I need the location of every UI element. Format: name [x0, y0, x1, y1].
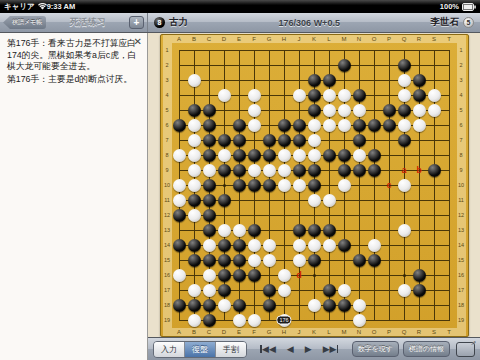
cell-B18[interactable] — [187, 298, 202, 313]
cell-E12[interactable] — [232, 208, 247, 223]
step-forward-button[interactable]: ▶ — [305, 344, 312, 354]
cell-O6[interactable] — [367, 118, 382, 133]
cell-E3[interactable] — [232, 73, 247, 88]
cell-E14[interactable] — [232, 238, 247, 253]
cell-P10[interactable]: c — [382, 178, 397, 193]
cell-L1[interactable] — [322, 43, 337, 58]
cell-Q3[interactable] — [397, 73, 412, 88]
cell-M17[interactable] — [337, 283, 352, 298]
cell-O4[interactable] — [367, 88, 382, 103]
cell-C7[interactable] — [202, 133, 217, 148]
cell-L15[interactable] — [322, 253, 337, 268]
cell-T7[interactable] — [442, 133, 457, 148]
cell-G4[interactable] — [262, 88, 277, 103]
cell-G12[interactable] — [262, 208, 277, 223]
cell-R7[interactable] — [412, 133, 427, 148]
cell-N9[interactable] — [352, 163, 367, 178]
cell-L4[interactable] — [322, 88, 337, 103]
cell-E6[interactable] — [232, 118, 247, 133]
cell-R13[interactable] — [412, 223, 427, 238]
add-button[interactable]: + — [129, 16, 144, 29]
cell-B6[interactable] — [187, 118, 202, 133]
cell-B4[interactable] — [187, 88, 202, 103]
cell-B9[interactable] — [187, 163, 202, 178]
cell-R3[interactable] — [412, 73, 427, 88]
cell-K12[interactable] — [307, 208, 322, 223]
cell-H9[interactable] — [277, 163, 292, 178]
cell-A12[interactable] — [172, 208, 187, 223]
cell-M14[interactable] — [337, 238, 352, 253]
cell-K18[interactable] — [307, 298, 322, 313]
cell-O19[interactable] — [367, 313, 382, 328]
cell-Q1[interactable] — [397, 43, 412, 58]
cell-C11[interactable] — [202, 193, 217, 208]
cell-G9[interactable] — [262, 163, 277, 178]
cell-S10[interactable] — [427, 178, 442, 193]
cell-G11[interactable] — [262, 193, 277, 208]
cell-O12[interactable] — [367, 208, 382, 223]
cell-R19[interactable] — [412, 313, 427, 328]
cell-S18[interactable] — [427, 298, 442, 313]
cell-S9[interactable] — [427, 163, 442, 178]
cell-B12[interactable] — [187, 208, 202, 223]
cell-J12[interactable] — [292, 208, 307, 223]
cell-S17[interactable] — [427, 283, 442, 298]
cell-M10[interactable] — [337, 178, 352, 193]
cell-J14[interactable] — [292, 238, 307, 253]
cell-O1[interactable] — [367, 43, 382, 58]
cell-K9[interactable] — [307, 163, 322, 178]
cell-T5[interactable] — [442, 103, 457, 118]
cell-M1[interactable] — [337, 43, 352, 58]
cell-P3[interactable] — [382, 73, 397, 88]
cell-H18[interactable] — [277, 298, 292, 313]
cell-R2[interactable] — [412, 58, 427, 73]
cell-Q8[interactable] — [397, 148, 412, 163]
cell-T12[interactable] — [442, 208, 457, 223]
cell-S5[interactable] — [427, 103, 442, 118]
cell-F6[interactable] — [247, 118, 262, 133]
cell-K19[interactable] — [307, 313, 322, 328]
cell-L6[interactable] — [322, 118, 337, 133]
cell-H11[interactable] — [277, 193, 292, 208]
cell-A17[interactable] — [172, 283, 187, 298]
cell-M19[interactable] — [337, 313, 352, 328]
cell-Q11[interactable] — [397, 193, 412, 208]
cell-R18[interactable] — [412, 298, 427, 313]
cell-K1[interactable] — [307, 43, 322, 58]
cell-L2[interactable] — [322, 58, 337, 73]
cell-S12[interactable] — [427, 208, 442, 223]
cell-T10[interactable] — [442, 178, 457, 193]
cell-O2[interactable] — [367, 58, 382, 73]
jump-end-button[interactable]: ▶▶ — [323, 344, 338, 354]
cell-K2[interactable] — [307, 58, 322, 73]
cell-H5[interactable] — [277, 103, 292, 118]
cell-N5[interactable] — [352, 103, 367, 118]
cell-M15[interactable] — [337, 253, 352, 268]
cell-R6[interactable] — [412, 118, 427, 133]
cell-T8[interactable] — [442, 148, 457, 163]
cell-G15[interactable] — [262, 253, 277, 268]
cell-A7[interactable] — [172, 133, 187, 148]
cell-Q16[interactable] — [397, 268, 412, 283]
jump-start-button[interactable]: ◀◀ — [260, 344, 275, 354]
cell-Q13[interactable] — [397, 223, 412, 238]
cell-G1[interactable] — [262, 43, 277, 58]
cell-D14[interactable] — [217, 238, 232, 253]
cell-D11[interactable] — [217, 193, 232, 208]
cell-J8[interactable] — [292, 148, 307, 163]
cell-T3[interactable] — [442, 73, 457, 88]
cell-S16[interactable] — [427, 268, 442, 283]
cell-A15[interactable] — [172, 253, 187, 268]
cell-S14[interactable] — [427, 238, 442, 253]
cell-P7[interactable] — [382, 133, 397, 148]
cell-C6[interactable] — [202, 118, 217, 133]
show-numbers-button[interactable]: 数字を現す — [352, 341, 399, 357]
cell-F7[interactable] — [247, 133, 262, 148]
cell-H4[interactable] — [277, 88, 292, 103]
cell-J10[interactable] — [292, 178, 307, 193]
cell-L3[interactable] — [322, 73, 337, 88]
cell-M9[interactable] — [337, 163, 352, 178]
cell-L19[interactable] — [322, 313, 337, 328]
cell-K15[interactable] — [307, 253, 322, 268]
close-icon[interactable]: ✕ — [134, 36, 142, 47]
cell-Q4[interactable] — [397, 88, 412, 103]
cell-L5[interactable] — [322, 103, 337, 118]
cell-F14[interactable] — [247, 238, 262, 253]
cell-K8[interactable] — [307, 148, 322, 163]
cell-M18[interactable] — [337, 298, 352, 313]
cell-L12[interactable] — [322, 208, 337, 223]
cell-S4[interactable] — [427, 88, 442, 103]
cell-K16[interactable] — [307, 268, 322, 283]
cell-J16[interactable]: d — [292, 268, 307, 283]
cell-H13[interactable] — [277, 223, 292, 238]
cell-P16[interactable] — [382, 268, 397, 283]
cell-M12[interactable] — [337, 208, 352, 223]
cell-N4[interactable] — [352, 88, 367, 103]
cell-P12[interactable] — [382, 208, 397, 223]
cell-Q9[interactable]: a — [397, 163, 412, 178]
cell-O10[interactable] — [367, 178, 382, 193]
cell-M6[interactable] — [337, 118, 352, 133]
cell-A14[interactable] — [172, 238, 187, 253]
cell-D6[interactable] — [217, 118, 232, 133]
cell-O16[interactable] — [367, 268, 382, 283]
cell-P6[interactable] — [382, 118, 397, 133]
cell-O15[interactable] — [367, 253, 382, 268]
cell-E1[interactable] — [232, 43, 247, 58]
cell-A10[interactable] — [172, 178, 187, 193]
cell-D17[interactable] — [217, 283, 232, 298]
cell-C8[interactable] — [202, 148, 217, 163]
cell-H19[interactable]: 176 — [277, 313, 292, 328]
cell-L18[interactable] — [322, 298, 337, 313]
cell-A8[interactable] — [172, 148, 187, 163]
cell-N14[interactable] — [352, 238, 367, 253]
cell-R1[interactable] — [412, 43, 427, 58]
cell-Q2[interactable] — [397, 58, 412, 73]
cell-A2[interactable] — [172, 58, 187, 73]
cell-C17[interactable] — [202, 283, 217, 298]
cell-M7[interactable] — [337, 133, 352, 148]
cell-T1[interactable] — [442, 43, 457, 58]
cell-O11[interactable] — [367, 193, 382, 208]
cell-S1[interactable] — [427, 43, 442, 58]
share-icon[interactable]: → — [456, 342, 475, 357]
cell-H7[interactable] — [277, 133, 292, 148]
cell-J17[interactable] — [292, 283, 307, 298]
cell-L17[interactable] — [322, 283, 337, 298]
cell-H15[interactable] — [277, 253, 292, 268]
cell-K5[interactable] — [307, 103, 322, 118]
cell-C1[interactable] — [202, 43, 217, 58]
cell-N15[interactable] — [352, 253, 367, 268]
cell-L8[interactable] — [322, 148, 337, 163]
cell-D4[interactable] — [217, 88, 232, 103]
cell-F1[interactable] — [247, 43, 262, 58]
cell-G5[interactable] — [262, 103, 277, 118]
cell-M3[interactable] — [337, 73, 352, 88]
cell-H16[interactable] — [277, 268, 292, 283]
cell-Q7[interactable] — [397, 133, 412, 148]
cell-D12[interactable] — [217, 208, 232, 223]
cell-P11[interactable] — [382, 193, 397, 208]
cell-C2[interactable] — [202, 58, 217, 73]
cell-E16[interactable] — [232, 268, 247, 283]
cell-A18[interactable] — [172, 298, 187, 313]
cell-N19[interactable] — [352, 313, 367, 328]
cell-M5[interactable] — [337, 103, 352, 118]
cell-S8[interactable] — [427, 148, 442, 163]
cell-M4[interactable] — [337, 88, 352, 103]
cell-E4[interactable] — [232, 88, 247, 103]
cell-T11[interactable] — [442, 193, 457, 208]
cell-C14[interactable] — [202, 238, 217, 253]
cell-R8[interactable] — [412, 148, 427, 163]
cell-H12[interactable] — [277, 208, 292, 223]
cell-J1[interactable] — [292, 43, 307, 58]
cell-E18[interactable] — [232, 298, 247, 313]
cell-O17[interactable] — [367, 283, 382, 298]
cell-R16[interactable] — [412, 268, 427, 283]
cell-L11[interactable] — [322, 193, 337, 208]
cell-R9[interactable]: b — [412, 163, 427, 178]
cell-N3[interactable] — [352, 73, 367, 88]
cell-Q10[interactable] — [397, 178, 412, 193]
cell-P18[interactable] — [382, 298, 397, 313]
cell-P5[interactable] — [382, 103, 397, 118]
kifu-info-button[interactable]: 棋譜の情報 — [403, 341, 450, 357]
cell-B1[interactable] — [187, 43, 202, 58]
cell-O8[interactable] — [367, 148, 382, 163]
cell-N18[interactable] — [352, 298, 367, 313]
cell-H3[interactable] — [277, 73, 292, 88]
cell-K4[interactable] — [307, 88, 322, 103]
cell-P13[interactable] — [382, 223, 397, 238]
cell-D13[interactable] — [217, 223, 232, 238]
cell-S3[interactable] — [427, 73, 442, 88]
cell-C15[interactable] — [202, 253, 217, 268]
cell-F11[interactable] — [247, 193, 262, 208]
cell-R14[interactable] — [412, 238, 427, 253]
cell-O18[interactable] — [367, 298, 382, 313]
cell-D8[interactable] — [217, 148, 232, 163]
cell-M2[interactable] — [337, 58, 352, 73]
cell-M8[interactable] — [337, 148, 352, 163]
cell-G3[interactable] — [262, 73, 277, 88]
cell-L14[interactable] — [322, 238, 337, 253]
cell-G6[interactable] — [262, 118, 277, 133]
segment-replay[interactable]: 復盤 — [185, 342, 216, 357]
cell-R10[interactable] — [412, 178, 427, 193]
cell-P14[interactable] — [382, 238, 397, 253]
cell-F12[interactable] — [247, 208, 262, 223]
cell-O7[interactable] — [367, 133, 382, 148]
cell-D7[interactable] — [217, 133, 232, 148]
cell-C10[interactable] — [202, 178, 217, 193]
cell-C12[interactable] — [202, 208, 217, 223]
cell-B8[interactable] — [187, 148, 202, 163]
cell-N7[interactable] — [352, 133, 367, 148]
cell-S11[interactable] — [427, 193, 442, 208]
cell-O9[interactable] — [367, 163, 382, 178]
cell-T2[interactable] — [442, 58, 457, 73]
cell-N12[interactable] — [352, 208, 367, 223]
cell-G16[interactable] — [262, 268, 277, 283]
cell-B10[interactable] — [187, 178, 202, 193]
cell-N10[interactable] — [352, 178, 367, 193]
cell-T13[interactable] — [442, 223, 457, 238]
cell-S6[interactable] — [427, 118, 442, 133]
cell-D15[interactable] — [217, 253, 232, 268]
cell-A5[interactable] — [172, 103, 187, 118]
cell-J18[interactable] — [292, 298, 307, 313]
cell-P4[interactable] — [382, 88, 397, 103]
cell-A6[interactable] — [172, 118, 187, 133]
cell-N2[interactable] — [352, 58, 367, 73]
cell-D3[interactable] — [217, 73, 232, 88]
cell-T15[interactable] — [442, 253, 457, 268]
cell-G13[interactable] — [262, 223, 277, 238]
cell-F19[interactable] — [247, 313, 262, 328]
cell-O14[interactable] — [367, 238, 382, 253]
cell-C18[interactable] — [202, 298, 217, 313]
cell-J9[interactable] — [292, 163, 307, 178]
cell-G7[interactable] — [262, 133, 277, 148]
cell-T17[interactable] — [442, 283, 457, 298]
cell-K14[interactable] — [307, 238, 322, 253]
cell-Q17[interactable] — [397, 283, 412, 298]
cell-J5[interactable] — [292, 103, 307, 118]
cell-A16[interactable] — [172, 268, 187, 283]
cell-N6[interactable] — [352, 118, 367, 133]
cell-P8[interactable] — [382, 148, 397, 163]
cell-G2[interactable] — [262, 58, 277, 73]
cell-L10[interactable] — [322, 178, 337, 193]
cell-K3[interactable] — [307, 73, 322, 88]
cell-H1[interactable] — [277, 43, 292, 58]
cell-E10[interactable] — [232, 178, 247, 193]
cell-T16[interactable] — [442, 268, 457, 283]
cell-F9[interactable] — [247, 163, 262, 178]
cell-C3[interactable] — [202, 73, 217, 88]
cell-H14[interactable] — [277, 238, 292, 253]
cell-F8[interactable] — [247, 148, 262, 163]
cell-J6[interactable] — [292, 118, 307, 133]
cell-C19[interactable] — [202, 313, 217, 328]
cell-C4[interactable] — [202, 88, 217, 103]
cell-O3[interactable] — [367, 73, 382, 88]
cell-B11[interactable] — [187, 193, 202, 208]
cell-K17[interactable] — [307, 283, 322, 298]
cell-A3[interactable] — [172, 73, 187, 88]
cell-L13[interactable] — [322, 223, 337, 238]
cell-B3[interactable] — [187, 73, 202, 88]
cell-C9[interactable] — [202, 163, 217, 178]
cell-J11[interactable] — [292, 193, 307, 208]
cell-D18[interactable] — [217, 298, 232, 313]
cell-S7[interactable] — [427, 133, 442, 148]
cell-R4[interactable] — [412, 88, 427, 103]
cell-P9[interactable] — [382, 163, 397, 178]
segment-tewari[interactable]: 手割 — [216, 342, 246, 357]
cell-E5[interactable] — [232, 103, 247, 118]
cell-H10[interactable] — [277, 178, 292, 193]
cell-F18[interactable] — [247, 298, 262, 313]
cell-D16[interactable] — [217, 268, 232, 283]
cell-R17[interactable] — [412, 283, 427, 298]
cell-J3[interactable] — [292, 73, 307, 88]
cell-C13[interactable] — [202, 223, 217, 238]
cell-K7[interactable] — [307, 133, 322, 148]
cell-S2[interactable] — [427, 58, 442, 73]
cell-G10[interactable] — [262, 178, 277, 193]
cell-G14[interactable] — [262, 238, 277, 253]
cell-B13[interactable] — [187, 223, 202, 238]
cell-R11[interactable] — [412, 193, 427, 208]
cell-P19[interactable] — [382, 313, 397, 328]
cell-T4[interactable] — [442, 88, 457, 103]
cell-E19[interactable] — [232, 313, 247, 328]
cell-F10[interactable] — [247, 178, 262, 193]
cell-P1[interactable] — [382, 43, 397, 58]
cell-D2[interactable] — [217, 58, 232, 73]
cell-Q5[interactable] — [397, 103, 412, 118]
cell-F5[interactable] — [247, 103, 262, 118]
cell-L16[interactable] — [322, 268, 337, 283]
cell-N17[interactable] — [352, 283, 367, 298]
cell-N1[interactable] — [352, 43, 367, 58]
cell-H6[interactable] — [277, 118, 292, 133]
cell-G19[interactable] — [262, 313, 277, 328]
cell-E13[interactable] — [232, 223, 247, 238]
cell-M16[interactable] — [337, 268, 352, 283]
cell-A13[interactable] — [172, 223, 187, 238]
cell-J19[interactable] — [292, 313, 307, 328]
cell-T14[interactable] — [442, 238, 457, 253]
cell-F15[interactable] — [247, 253, 262, 268]
cell-Q15[interactable] — [397, 253, 412, 268]
cell-D10[interactable] — [217, 178, 232, 193]
cell-L7[interactable] — [322, 133, 337, 148]
cell-C16[interactable] — [202, 268, 217, 283]
cell-A4[interactable] — [172, 88, 187, 103]
cell-B5[interactable] — [187, 103, 202, 118]
